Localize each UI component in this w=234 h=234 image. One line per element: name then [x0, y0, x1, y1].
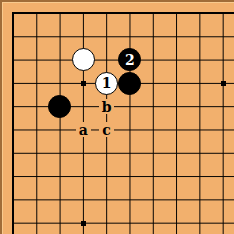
- letter-b: b: [99, 99, 114, 114]
- stone-black: [118, 72, 141, 95]
- star-point-icon: [81, 221, 86, 226]
- star-point-icon: [81, 81, 86, 86]
- star-point: [211, 72, 234, 95]
- letter-a: a: [76, 122, 91, 137]
- stone-white-1: 1: [95, 72, 118, 95]
- letter-cell: a: [72, 118, 95, 141]
- stone-cell: 2: [118, 48, 141, 71]
- stone-cell: 1: [95, 72, 118, 95]
- stone-black: [48, 95, 71, 118]
- star-point-icon: [221, 81, 226, 86]
- board-intersections: 21bac: [2, 2, 234, 234]
- letter-c: c: [99, 122, 114, 137]
- letter-cell: b: [95, 95, 118, 118]
- star-point: [72, 72, 95, 95]
- letter-cell: c: [95, 118, 118, 141]
- stone-white: [72, 48, 95, 71]
- go-board: 21bac: [0, 0, 234, 234]
- star-point: [72, 211, 95, 234]
- stone-black-2: 2: [118, 48, 141, 71]
- stone-cell: [72, 48, 95, 71]
- stone-cell: [118, 72, 141, 95]
- stone-cell: [48, 95, 71, 118]
